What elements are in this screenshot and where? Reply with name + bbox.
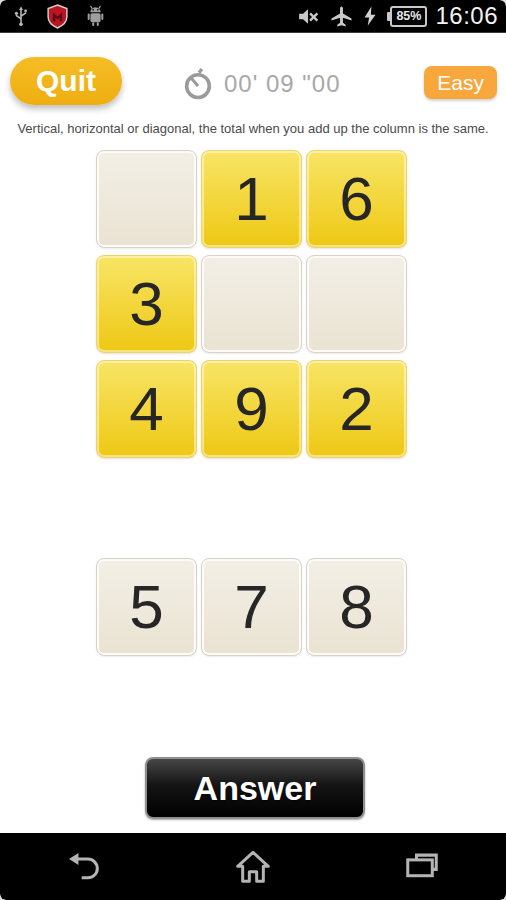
mute-icon [296,4,321,29]
battery-percent: 85% [396,10,421,23]
quit-label: Quit [36,64,96,98]
instruction-text: Vertical, horizontal or diagonal, the to… [0,121,506,136]
battery-icon: 85% [390,6,427,27]
android-icon [83,3,108,29]
board-cell-r2c3[interactable] [306,255,407,353]
status-icons-left [10,3,108,30]
navigation-bar [0,833,506,900]
board-cell-r2c2[interactable] [201,255,302,353]
board-cell-r1c1[interactable] [96,150,197,248]
board-cell-r3c2[interactable]: 9 [201,360,302,458]
difficulty-badge: Easy [424,66,497,99]
recents-button[interactable] [337,848,506,886]
mcafee-shield-icon [45,3,70,30]
stopwatch-icon [181,66,215,102]
answer-label: Answer [194,769,317,808]
home-icon [232,847,274,887]
board-cell-r3c3[interactable]: 2 [306,360,407,458]
airplane-mode-icon [329,4,354,29]
status-icons-right: 85% 16:06 [296,4,498,29]
recents-icon [402,848,442,886]
board-cell-r1c3[interactable]: 6 [306,150,407,248]
back-button[interactable] [0,848,169,886]
number-tray: 5 7 8 [96,558,407,656]
tray-tile-2[interactable]: 7 [201,558,302,656]
tray-tile-1[interactable]: 5 [96,558,197,656]
charging-icon [362,5,378,27]
timer: 00' 09 "00 [181,64,341,104]
magic-square-board: 1 6 3 4 9 2 [96,150,407,458]
answer-button[interactable]: Answer [145,757,365,819]
tray-tile-3[interactable]: 8 [306,558,407,656]
difficulty-label: Easy [437,71,484,95]
status-bar: 85% 16:06 [0,0,506,33]
back-icon [64,848,104,886]
usb-icon [10,4,32,28]
quit-button[interactable]: Quit [10,57,122,105]
board-cell-r2c1[interactable]: 3 [96,255,197,353]
timer-value: 00' 09 "00 [224,70,341,98]
home-button[interactable] [169,847,338,887]
board-cell-r3c1[interactable]: 4 [96,360,197,458]
clock: 16:06 [435,4,498,28]
phone-screen: 85% 16:06 Quit 00' 09 "00 Easy Vertical,… [0,0,506,900]
board-cell-r1c2[interactable]: 1 [201,150,302,248]
